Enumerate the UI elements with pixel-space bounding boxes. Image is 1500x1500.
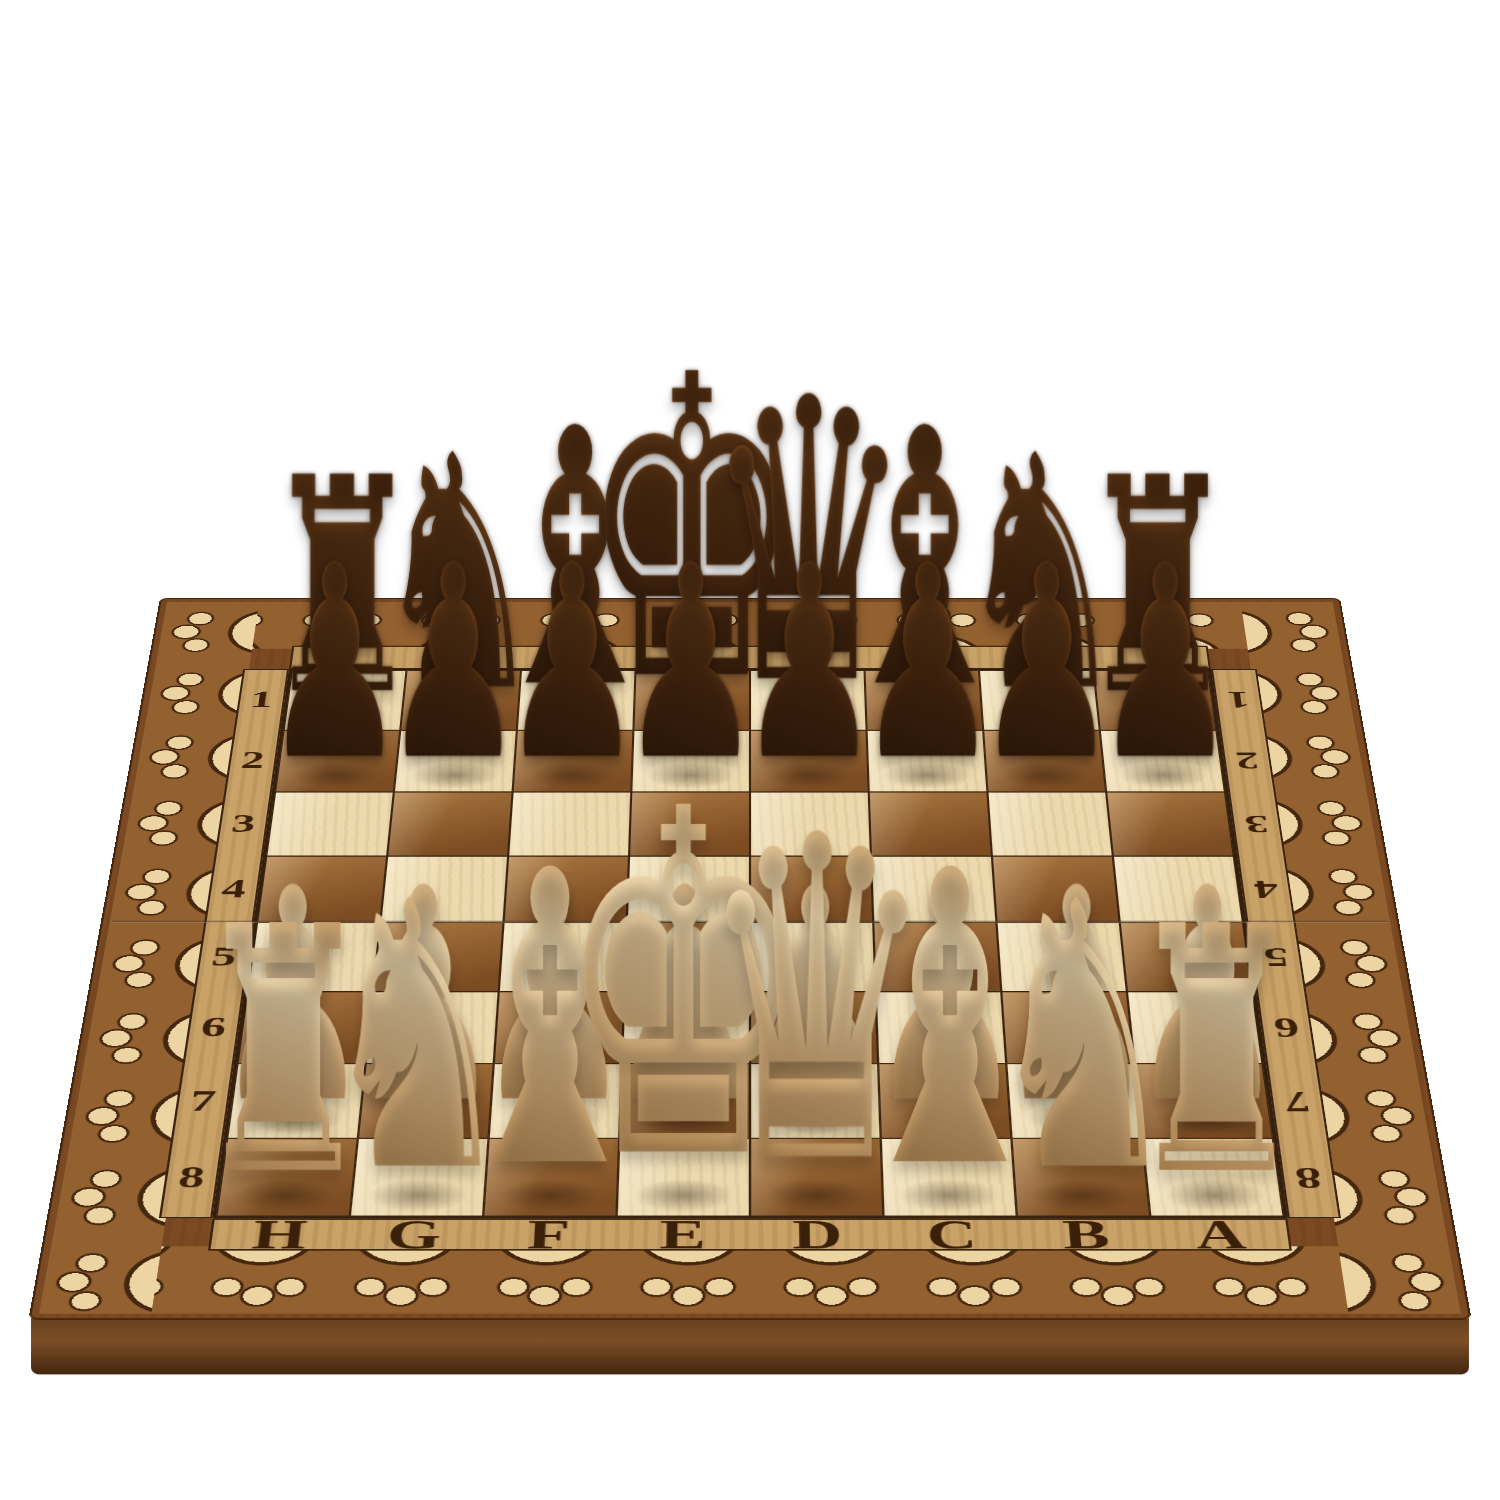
photo-stage: HGFEDCBA 12345678 12345678 ♜♞♝♚♛♝♞♜♟♟♟♟♟… — [0, 0, 1500, 1500]
board-front-edge — [31, 1318, 1469, 1374]
square-a2: ♟ — [1100, 730, 1225, 792]
chess-board: HGFEDCBA 12345678 12345678 ♜♞♝♚♛♝♞♜♟♟♟♟♟… — [28, 598, 1471, 1320]
piece-white-pawn-a2: ♟ — [1093, 536, 1237, 790]
square-b2: ♟ — [983, 730, 1106, 792]
piece-black-knight-b8: ♞ — [984, 863, 1182, 1214]
square-g2: ♟ — [394, 730, 517, 792]
coord-label-G: G — [345, 1220, 482, 1249]
coord-label-D: D — [750, 1220, 885, 1249]
coord-label-B: B — [1018, 1220, 1155, 1249]
coord-label-H: H — [211, 1220, 349, 1249]
coord-label-A: A — [1152, 1220, 1290, 1249]
square-g8: ♞ — [350, 1138, 489, 1216]
square-d8: ♛ — [750, 1138, 883, 1216]
piece-black-queen-d8: ♛ — [697, 789, 937, 1213]
ornament-border-bottom — [39, 1246, 1461, 1313]
square-b8: ♞ — [1011, 1138, 1150, 1216]
coord-bottom: HGFEDCBA — [208, 1218, 1292, 1250]
coord-label-E: E — [615, 1220, 750, 1249]
coord-label-C: C — [884, 1220, 1020, 1249]
board-grid: ♜♞♝♚♛♝♞♜♟♟♟♟♟♟♟♟♟♟♟♟♟♟♟♟♜♞♝♚♛♝♞♜ — [212, 669, 1287, 1218]
coord-label-F: F — [480, 1220, 616, 1249]
piece-black-knight-g8: ♞ — [317, 863, 515, 1214]
